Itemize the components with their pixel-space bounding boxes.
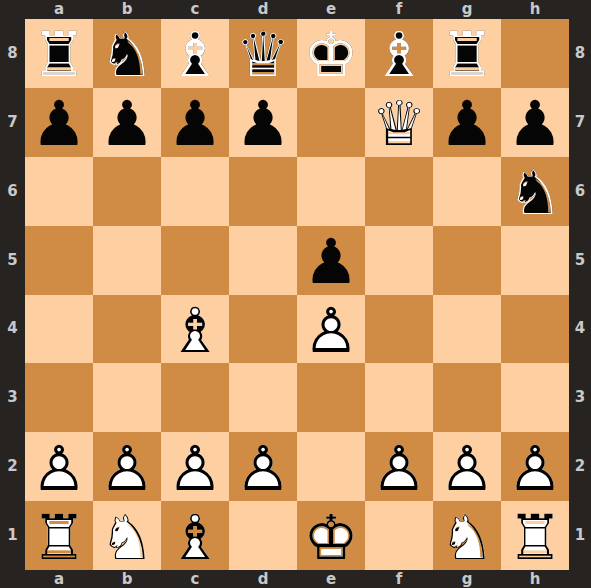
square-a1[interactable]: ♜♖ [25,501,93,570]
rank-labels-left: 87654321 [0,19,25,570]
square-b1[interactable]: ♞♘ [93,501,161,570]
black-pawn-piece[interactable]: ♟ [25,88,93,157]
white-pawn-piece[interactable]: ♟♙ [25,432,93,501]
square-g5[interactable] [433,226,501,295]
square-g6[interactable] [433,157,501,226]
file-label: d [229,570,297,588]
black-pawn-piece[interactable]: ♟ [501,88,569,157]
square-e1[interactable]: ♚♔ [297,501,365,570]
square-e8[interactable]: ♚♔ [297,19,365,88]
square-h4[interactable] [501,295,569,364]
square-c4[interactable]: ♝♗ [161,295,229,364]
black-king-piece[interactable]: ♚♔ [297,19,365,88]
square-f1[interactable] [365,501,433,570]
square-d5[interactable] [229,226,297,295]
black-rook-piece[interactable]: ♜♖ [433,19,501,88]
square-f2[interactable]: ♟♙ [365,432,433,501]
square-c6[interactable] [161,157,229,226]
rank-label: 2 [569,432,591,501]
black-pawn-piece[interactable]: ♟ [93,88,161,157]
square-d1[interactable] [229,501,297,570]
square-e5[interactable]: ♟ [297,226,365,295]
chess-board-frame: abcdefgh abcdefgh 87654321 87654321 ♜♖♞♘… [0,0,591,588]
rank-label: 8 [0,19,25,88]
black-knight-piece[interactable]: ♞♘ [93,19,161,88]
square-g1[interactable]: ♞♘ [433,501,501,570]
white-pawn-piece[interactable]: ♟♙ [229,432,297,501]
square-g7[interactable]: ♟ [433,88,501,157]
white-knight-piece[interactable]: ♞♘ [93,501,161,570]
square-a7[interactable]: ♟ [25,88,93,157]
file-label: g [433,570,501,588]
black-pawn-piece[interactable]: ♟ [297,226,365,295]
file-label: e [297,570,365,588]
square-e4[interactable]: ♟♙ [297,295,365,364]
square-h5[interactable] [501,226,569,295]
rank-label: 1 [569,501,591,570]
white-bishop-piece[interactable]: ♝♗ [161,295,229,364]
square-b5[interactable] [93,226,161,295]
square-c3[interactable] [161,363,229,432]
rank-label: 2 [0,432,25,501]
square-f5[interactable] [365,226,433,295]
white-rook-piece[interactable]: ♜♖ [25,501,93,570]
file-label: f [365,0,433,19]
file-label: f [365,570,433,588]
rank-label: 3 [0,363,25,432]
square-f3[interactable] [365,363,433,432]
black-knight-piece[interactable]: ♞♘ [501,157,569,226]
square-a6[interactable] [25,157,93,226]
rank-label: 5 [569,226,591,295]
black-bishop-piece[interactable]: ♝♗ [161,19,229,88]
rank-label: 1 [0,501,25,570]
file-label: b [93,570,161,588]
white-pawn-piece[interactable]: ♟♙ [501,432,569,501]
black-bishop-piece[interactable]: ♝♗ [365,19,433,88]
black-pawn-piece[interactable]: ♟ [161,88,229,157]
square-c2[interactable]: ♟♙ [161,432,229,501]
rank-label: 6 [569,157,591,226]
white-bishop-piece[interactable]: ♝♗ [161,501,229,570]
file-label: e [297,0,365,19]
white-pawn-piece[interactable]: ♟♙ [297,295,365,364]
square-b2[interactable]: ♟♙ [93,432,161,501]
file-label: c [161,570,229,588]
white-knight-piece[interactable]: ♞♘ [433,501,501,570]
square-e7[interactable] [297,88,365,157]
square-d7[interactable]: ♟ [229,88,297,157]
file-label: h [501,570,569,588]
square-d4[interactable] [229,295,297,364]
file-label: h [501,0,569,19]
file-label: g [433,0,501,19]
square-b3[interactable] [93,363,161,432]
square-a3[interactable] [25,363,93,432]
square-g8[interactable]: ♜♖ [433,19,501,88]
square-g3[interactable] [433,363,501,432]
file-label: a [25,570,93,588]
white-queen-piece[interactable]: ♛♕ [365,88,433,157]
white-pawn-piece[interactable]: ♟♙ [93,432,161,501]
square-c8[interactable]: ♝♗ [161,19,229,88]
file-label: a [25,0,93,19]
square-f4[interactable] [365,295,433,364]
square-h1[interactable]: ♜♖ [501,501,569,570]
file-label: b [93,0,161,19]
square-d6[interactable] [229,157,297,226]
rank-label: 7 [569,88,591,157]
square-a4[interactable] [25,295,93,364]
square-b4[interactable] [93,295,161,364]
square-d3[interactable] [229,363,297,432]
square-e2[interactable] [297,432,365,501]
square-d2[interactable]: ♟♙ [229,432,297,501]
square-b8[interactable]: ♞♘ [93,19,161,88]
square-f7[interactable]: ♛♕ [365,88,433,157]
square-e6[interactable] [297,157,365,226]
file-labels-bottom: abcdefgh [25,570,569,588]
rank-label: 4 [569,295,591,364]
black-rook-piece[interactable]: ♜♖ [25,19,93,88]
file-label: c [161,0,229,19]
square-g2[interactable]: ♟♙ [433,432,501,501]
rank-label: 6 [0,157,25,226]
square-c1[interactable]: ♝♗ [161,501,229,570]
square-c7[interactable]: ♟ [161,88,229,157]
square-a2[interactable]: ♟♙ [25,432,93,501]
square-b7[interactable]: ♟ [93,88,161,157]
black-pawn-piece[interactable]: ♟ [229,88,297,157]
square-h8[interactable] [501,19,569,88]
rank-label: 8 [569,19,591,88]
rank-label: 5 [0,226,25,295]
file-labels-top: abcdefgh [25,0,569,19]
white-pawn-piece[interactable]: ♟♙ [365,432,433,501]
square-c5[interactable] [161,226,229,295]
white-king-piece[interactable]: ♚♔ [297,501,365,570]
square-e3[interactable] [297,363,365,432]
file-label: d [229,0,297,19]
square-a5[interactable] [25,226,93,295]
square-b6[interactable] [93,157,161,226]
square-g4[interactable] [433,295,501,364]
square-f6[interactable] [365,157,433,226]
rank-label: 3 [569,363,591,432]
black-pawn-piece[interactable]: ♟ [433,88,501,157]
white-pawn-piece[interactable]: ♟♙ [161,432,229,501]
rank-label: 4 [0,295,25,364]
square-a8[interactable]: ♜♖ [25,19,93,88]
square-f8[interactable]: ♝♗ [365,19,433,88]
white-pawn-piece[interactable]: ♟♙ [433,432,501,501]
square-d8[interactable]: ♛♕ [229,19,297,88]
square-h2[interactable]: ♟♙ [501,432,569,501]
black-queen-piece[interactable]: ♛♕ [229,19,297,88]
rank-label: 7 [0,88,25,157]
white-rook-piece[interactable]: ♜♖ [501,501,569,570]
chess-board[interactable]: ♜♖♞♘♝♗♛♕♚♔♝♗♜♖♟♟♟♟♛♕♟♟♞♘♟♝♗♟♙♟♙♟♙♟♙♟♙♟♙♟… [25,19,569,570]
square-h3[interactable] [501,363,569,432]
rank-labels-right: 87654321 [569,19,591,570]
square-h6[interactable]: ♞♘ [501,157,569,226]
square-h7[interactable]: ♟ [501,88,569,157]
